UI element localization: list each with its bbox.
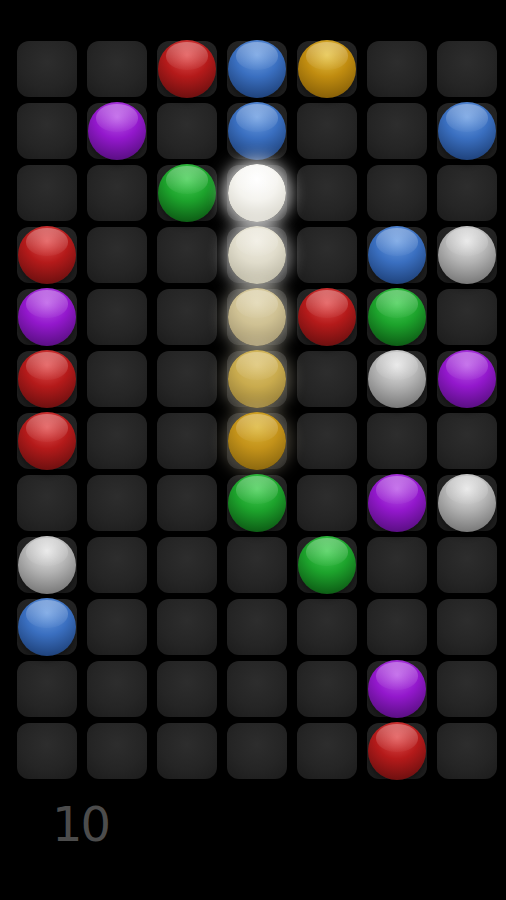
- ball-green[interactable]: [158, 164, 216, 222]
- cell-bg: [437, 599, 497, 655]
- cell-r9c6[interactable]: [362, 534, 432, 596]
- cell-r11c3[interactable]: [152, 658, 222, 720]
- cell-r3c2[interactable]: [82, 162, 152, 224]
- cell-r8c4[interactable]: [222, 472, 292, 534]
- cell-r1c5[interactable]: [292, 38, 362, 100]
- cell-r8c7[interactable]: [432, 472, 502, 534]
- cell-r12c4[interactable]: [222, 720, 292, 782]
- cell-r10c7[interactable]: [432, 596, 502, 658]
- cell-bg: [437, 413, 497, 469]
- cell-r1c4[interactable]: [222, 38, 292, 100]
- ball-trail-white[interactable]: [228, 164, 286, 222]
- ball-green[interactable]: [228, 474, 286, 532]
- cell-r7c1[interactable]: [12, 410, 82, 472]
- game-board: [12, 38, 502, 782]
- ball-silver[interactable]: [368, 350, 426, 408]
- cell-bg: [87, 661, 147, 717]
- cell-bg: [157, 599, 217, 655]
- cell-bg: [297, 351, 357, 407]
- cell-bg: [87, 41, 147, 97]
- cell-r8c3[interactable]: [152, 472, 222, 534]
- cell-bg: [437, 661, 497, 717]
- ball-red[interactable]: [18, 226, 76, 284]
- cell-bg: [437, 165, 497, 221]
- cell-r2c2[interactable]: [82, 100, 152, 162]
- ball-purple[interactable]: [18, 288, 76, 346]
- cell-bg: [87, 289, 147, 345]
- cell-bg: [17, 475, 77, 531]
- cell-r6c6[interactable]: [362, 348, 432, 410]
- ball-silver[interactable]: [18, 536, 76, 594]
- cell-bg: [367, 41, 427, 97]
- cell-r7c6[interactable]: [362, 410, 432, 472]
- cell-bg: [157, 289, 217, 345]
- cell-r10c3[interactable]: [152, 596, 222, 658]
- cell-r2c5[interactable]: [292, 100, 362, 162]
- cell-bg: [297, 227, 357, 283]
- ball-purple[interactable]: [368, 660, 426, 718]
- ball-red[interactable]: [158, 40, 216, 98]
- ball-gold[interactable]: [298, 40, 356, 98]
- cell-r4c3[interactable]: [152, 224, 222, 286]
- cell-bg: [367, 103, 427, 159]
- cell-r8c2[interactable]: [82, 472, 152, 534]
- ball-red[interactable]: [368, 722, 426, 780]
- cell-r5c1[interactable]: [12, 286, 82, 348]
- ball-purple[interactable]: [438, 350, 496, 408]
- cell-r11c2[interactable]: [82, 658, 152, 720]
- cell-bg: [297, 413, 357, 469]
- cell-r4c1[interactable]: [12, 224, 82, 286]
- cell-r6c5[interactable]: [292, 348, 362, 410]
- ball-trail-gold[interactable]: [228, 412, 286, 470]
- ball-silver[interactable]: [438, 474, 496, 532]
- cell-bg: [157, 227, 217, 283]
- cell-bg: [437, 537, 497, 593]
- cell-r6c7[interactable]: [432, 348, 502, 410]
- cell-r7c5[interactable]: [292, 410, 362, 472]
- ball-red[interactable]: [298, 288, 356, 346]
- cell-r4c5[interactable]: [292, 224, 362, 286]
- cell-r12c1[interactable]: [12, 720, 82, 782]
- cell-r12c7[interactable]: [432, 720, 502, 782]
- cell-bg: [17, 41, 77, 97]
- cell-r2c6[interactable]: [362, 100, 432, 162]
- ball-purple[interactable]: [88, 102, 146, 160]
- cell-bg: [297, 723, 357, 779]
- cell-r6c3[interactable]: [152, 348, 222, 410]
- cell-r12c2[interactable]: [82, 720, 152, 782]
- cell-bg: [17, 103, 77, 159]
- cell-r7c7[interactable]: [432, 410, 502, 472]
- cell-r8c6[interactable]: [362, 472, 432, 534]
- cell-r12c5[interactable]: [292, 720, 362, 782]
- cell-r11c5[interactable]: [292, 658, 362, 720]
- cell-bg: [87, 227, 147, 283]
- cell-bg: [437, 289, 497, 345]
- cell-r5c7[interactable]: [432, 286, 502, 348]
- ball-blue[interactable]: [18, 598, 76, 656]
- cell-r1c7[interactable]: [432, 38, 502, 100]
- cell-r6c1[interactable]: [12, 348, 82, 410]
- ball-trail-beige[interactable]: [228, 288, 286, 346]
- cell-r5c5[interactable]: [292, 286, 362, 348]
- cell-r8c1[interactable]: [12, 472, 82, 534]
- cell-r11c1[interactable]: [12, 658, 82, 720]
- cell-bg: [227, 723, 287, 779]
- cell-r2c1[interactable]: [12, 100, 82, 162]
- cell-bg: [157, 103, 217, 159]
- ball-blue[interactable]: [368, 226, 426, 284]
- ball-blue[interactable]: [438, 102, 496, 160]
- cell-r11c4[interactable]: [222, 658, 292, 720]
- cell-bg: [367, 413, 427, 469]
- cell-bg: [87, 475, 147, 531]
- cell-r12c3[interactable]: [152, 720, 222, 782]
- cell-r2c4[interactable]: [222, 100, 292, 162]
- cell-r10c4[interactable]: [222, 596, 292, 658]
- cell-r3c5[interactable]: [292, 162, 362, 224]
- cell-bg: [297, 599, 357, 655]
- cell-r8c5[interactable]: [292, 472, 362, 534]
- ball-trail-cream[interactable]: [228, 226, 286, 284]
- cell-r7c4[interactable]: [222, 410, 292, 472]
- cell-bg: [157, 537, 217, 593]
- cell-r1c2[interactable]: [82, 38, 152, 100]
- cell-r9c5[interactable]: [292, 534, 362, 596]
- cell-bg: [17, 723, 77, 779]
- cell-r1c3[interactable]: [152, 38, 222, 100]
- ball-blue[interactable]: [228, 102, 286, 160]
- cell-r7c2[interactable]: [82, 410, 152, 472]
- cell-r1c6[interactable]: [362, 38, 432, 100]
- cell-bg: [437, 723, 497, 779]
- cell-r9c2[interactable]: [82, 534, 152, 596]
- ball-trail-tan[interactable]: [228, 350, 286, 408]
- cell-r11c6[interactable]: [362, 658, 432, 720]
- cell-r5c3[interactable]: [152, 286, 222, 348]
- cell-r6c4[interactable]: [222, 348, 292, 410]
- score-label: 10: [52, 800, 109, 848]
- cell-bg: [157, 475, 217, 531]
- ball-purple[interactable]: [368, 474, 426, 532]
- ball-blue[interactable]: [228, 40, 286, 98]
- ball-red[interactable]: [18, 412, 76, 470]
- ball-red[interactable]: [18, 350, 76, 408]
- cell-r5c4[interactable]: [222, 286, 292, 348]
- ball-green[interactable]: [298, 536, 356, 594]
- cell-r9c3[interactable]: [152, 534, 222, 596]
- cell-bg: [297, 475, 357, 531]
- cell-bg: [227, 599, 287, 655]
- cell-r1c1[interactable]: [12, 38, 82, 100]
- cell-bg: [87, 723, 147, 779]
- cell-r9c1[interactable]: [12, 534, 82, 596]
- cell-r11c7[interactable]: [432, 658, 502, 720]
- cell-bg: [297, 103, 357, 159]
- cell-r3c6[interactable]: [362, 162, 432, 224]
- cell-bg: [157, 661, 217, 717]
- cell-bg: [297, 661, 357, 717]
- cell-r7c3[interactable]: [152, 410, 222, 472]
- cell-r10c5[interactable]: [292, 596, 362, 658]
- cell-bg: [87, 165, 147, 221]
- cell-r3c3[interactable]: [152, 162, 222, 224]
- ball-green[interactable]: [368, 288, 426, 346]
- cell-bg: [87, 351, 147, 407]
- cell-bg: [157, 351, 217, 407]
- cell-bg: [87, 413, 147, 469]
- ball-silver[interactable]: [438, 226, 496, 284]
- cell-r2c3[interactable]: [152, 100, 222, 162]
- cell-r4c2[interactable]: [82, 224, 152, 286]
- cell-bg: [297, 165, 357, 221]
- cell-bg: [157, 723, 217, 779]
- cell-r2c7[interactable]: [432, 100, 502, 162]
- cell-bg: [87, 599, 147, 655]
- cell-r4c4[interactable]: [222, 224, 292, 286]
- cell-r12c6[interactable]: [362, 720, 432, 782]
- cell-bg: [367, 599, 427, 655]
- cell-bg: [227, 537, 287, 593]
- cell-bg: [17, 661, 77, 717]
- cell-r3c1[interactable]: [12, 162, 82, 224]
- cell-r4c6[interactable]: [362, 224, 432, 286]
- cell-bg: [367, 165, 427, 221]
- cell-r9c4[interactable]: [222, 534, 292, 596]
- cell-r6c2[interactable]: [82, 348, 152, 410]
- cell-r9c7[interactable]: [432, 534, 502, 596]
- cell-r10c6[interactable]: [362, 596, 432, 658]
- cell-r3c4[interactable]: [222, 162, 292, 224]
- cell-r3c7[interactable]: [432, 162, 502, 224]
- cell-r5c6[interactable]: [362, 286, 432, 348]
- cell-bg: [17, 165, 77, 221]
- cell-bg: [157, 413, 217, 469]
- cell-bg: [367, 537, 427, 593]
- cell-r4c7[interactable]: [432, 224, 502, 286]
- cell-r10c2[interactable]: [82, 596, 152, 658]
- cell-bg: [87, 537, 147, 593]
- cell-r10c1[interactable]: [12, 596, 82, 658]
- cell-bg: [437, 41, 497, 97]
- cell-bg: [227, 661, 287, 717]
- cell-r5c2[interactable]: [82, 286, 152, 348]
